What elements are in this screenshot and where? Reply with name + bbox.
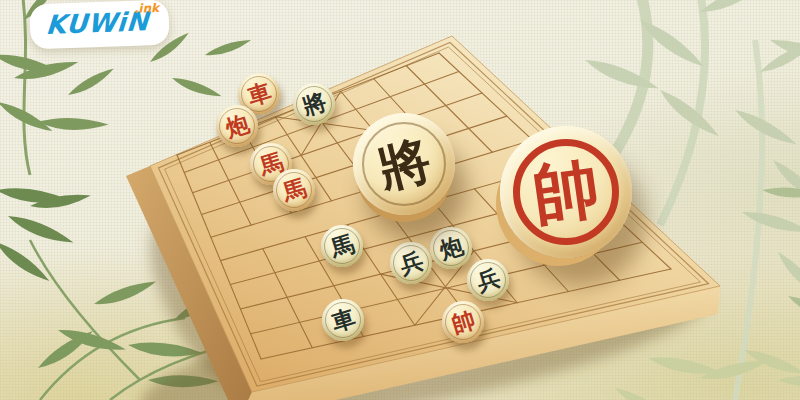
brand-logo[interactable]: KUWiN .ink bbox=[29, 0, 169, 49]
piece-black-soldier-e8[interactable]: 兵 bbox=[467, 259, 509, 301]
showcase-piece-black-general[interactable]: 將 bbox=[353, 113, 455, 215]
piece-black-soldier-d7[interactable]: 兵 bbox=[390, 242, 432, 284]
piece-black-horse-c6[interactable]: 馬 bbox=[321, 225, 363, 267]
piece-red-cannon-c2[interactable]: 炮 bbox=[216, 105, 258, 147]
xiangqi-banner: 車炮將馬馬馬兵炮兵車帥將帥 KUWiN .ink bbox=[0, 0, 800, 400]
piece-red-general-d9[interactable]: 帥 bbox=[442, 301, 484, 343]
piece-black-general-e2[interactable]: 將 bbox=[293, 83, 335, 125]
piece-black-chariot-b8[interactable]: 車 bbox=[322, 299, 364, 341]
piece-black-cannon-e7[interactable]: 炮 bbox=[430, 227, 472, 269]
showcase-piece-red-general[interactable]: 帥 bbox=[500, 126, 632, 258]
pieces-layer: 車炮將馬馬馬兵炮兵車帥將帥 bbox=[0, 0, 800, 400]
brand-suffix-text: .ink bbox=[134, 1, 160, 16]
piece-red-horse-c4[interactable]: 馬 bbox=[273, 169, 315, 211]
